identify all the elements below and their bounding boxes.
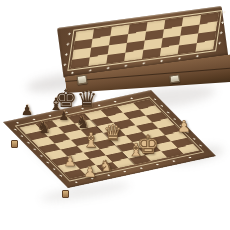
white-knight[interactable]: ♞ xyxy=(99,159,112,173)
white-bishop[interactable]: ♝ xyxy=(82,131,100,150)
product-photo-chess-set: ♟♝♚♛♞♟♞♝♛♟♝♚♟♞♟ xyxy=(0,0,230,230)
black-knight[interactable]: ♞ xyxy=(37,120,51,135)
black-queen[interactable]: ♛ xyxy=(77,89,98,111)
white-pawn[interactable]: ♟ xyxy=(64,155,77,168)
black-king[interactable]: ♚ xyxy=(55,87,77,111)
white-pawn[interactable]: ♟ xyxy=(177,119,191,134)
white-king[interactable]: ♚ xyxy=(137,133,159,157)
white-pawn[interactable]: ♟ xyxy=(83,165,96,179)
black-pawn[interactable]: ♟ xyxy=(21,104,34,117)
black-pawn[interactable]: ♟ xyxy=(59,111,70,122)
pieces-layer: ♟♝♚♛♞♟♞♝♛♟♝♚♟♞♟ xyxy=(0,0,230,230)
white-queen[interactable]: ♛ xyxy=(104,124,123,144)
